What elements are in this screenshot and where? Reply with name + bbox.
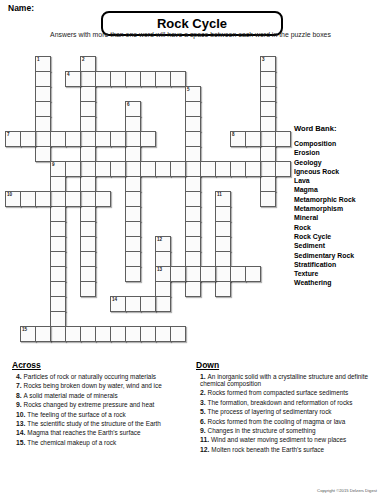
word-bank-item: Metamorphism bbox=[294, 205, 380, 212]
puzzle-cell[interactable] bbox=[95, 191, 111, 207]
puzzle-cell[interactable] bbox=[125, 116, 141, 132]
puzzle-cell[interactable] bbox=[260, 101, 276, 117]
clue-item: 3. The formation, breakdown and reformat… bbox=[200, 399, 379, 406]
across-title: Across bbox=[12, 360, 192, 370]
puzzle-cell[interactable]: 9 bbox=[50, 161, 66, 177]
puzzle-cell[interactable] bbox=[155, 251, 171, 267]
puzzle-cell[interactable] bbox=[245, 161, 261, 177]
word-bank-item: Lava bbox=[294, 177, 380, 184]
puzzle-cell[interactable] bbox=[125, 236, 141, 252]
puzzle-cell[interactable] bbox=[260, 71, 276, 87]
cell-number: 2 bbox=[82, 57, 85, 63]
cell-number: 13 bbox=[157, 267, 162, 273]
word-bank-title: Word Bank: bbox=[294, 124, 380, 133]
puzzle-cell[interactable] bbox=[260, 191, 276, 207]
puzzle-cell[interactable] bbox=[125, 266, 141, 282]
clue-item: 12. Molten rock beneath the Earth's surf… bbox=[200, 446, 379, 453]
puzzle-cell[interactable] bbox=[260, 176, 276, 192]
puzzle-cell[interactable] bbox=[185, 281, 201, 297]
puzzle-cell[interactable] bbox=[80, 206, 96, 222]
puzzle-cell[interactable] bbox=[125, 296, 141, 312]
puzzle-cell[interactable] bbox=[155, 326, 171, 342]
word-bank-item: Igneous Rock bbox=[294, 168, 380, 175]
puzzle-cell[interactable] bbox=[50, 206, 66, 222]
puzzle-cell[interactable]: 11 bbox=[215, 191, 231, 207]
puzzle-cell[interactable]: 12 bbox=[155, 236, 171, 252]
word-bank-item: Metamorphic Rock bbox=[294, 196, 380, 203]
puzzle-cell[interactable] bbox=[80, 191, 96, 207]
puzzle-cell[interactable] bbox=[125, 251, 141, 267]
puzzle-cell[interactable] bbox=[50, 296, 66, 312]
puzzle-cell[interactable] bbox=[65, 161, 81, 177]
puzzle-cell[interactable] bbox=[185, 251, 201, 267]
clue-item: 5. The process of layering of sedimentar… bbox=[200, 408, 379, 415]
puzzle-cell[interactable] bbox=[215, 281, 231, 297]
puzzle-cell[interactable] bbox=[215, 221, 231, 237]
puzzle-cell[interactable] bbox=[185, 266, 201, 282]
puzzle-cell[interactable] bbox=[35, 146, 51, 162]
puzzle-cell[interactable] bbox=[35, 131, 51, 147]
puzzle-cell[interactable] bbox=[80, 101, 96, 117]
word-bank-item: Mineral bbox=[294, 214, 380, 221]
puzzle-cell[interactable] bbox=[185, 101, 201, 117]
puzzle-cell[interactable] bbox=[185, 131, 201, 147]
puzzle-cell[interactable] bbox=[185, 176, 201, 192]
puzzle-cell[interactable] bbox=[200, 161, 216, 177]
puzzle-cell[interactable] bbox=[80, 161, 96, 177]
puzzle-cell[interactable] bbox=[80, 131, 96, 147]
word-bank-item: Composition bbox=[294, 140, 380, 147]
puzzle-cell[interactable] bbox=[80, 86, 96, 102]
cell-number: 10 bbox=[7, 192, 12, 198]
puzzle-cell[interactable] bbox=[170, 326, 186, 342]
puzzle-cell[interactable]: 3 bbox=[260, 56, 276, 72]
puzzle-cell[interactable] bbox=[80, 266, 96, 282]
puzzle-cell[interactable]: 14 bbox=[110, 296, 126, 312]
puzzle-cell[interactable] bbox=[80, 176, 96, 192]
puzzle-cell[interactable] bbox=[35, 191, 51, 207]
puzzle-cell[interactable] bbox=[260, 161, 276, 177]
puzzle-cell[interactable] bbox=[110, 161, 126, 177]
puzzle-cell[interactable] bbox=[260, 116, 276, 132]
word-bank-list: CompositionErosionGeologyIgneous RockLav… bbox=[294, 140, 380, 286]
name-label: Name: bbox=[8, 3, 34, 13]
puzzle-cell[interactable]: 4 bbox=[65, 71, 81, 87]
puzzle-cell[interactable] bbox=[35, 71, 51, 87]
word-bank-item: Erosion bbox=[294, 149, 380, 156]
word-bank-item: Sediment bbox=[294, 242, 380, 249]
cell-number: 15 bbox=[22, 327, 27, 333]
puzzle-cell[interactable] bbox=[95, 71, 111, 87]
puzzle-cell[interactable] bbox=[35, 86, 51, 102]
puzzle-cell[interactable] bbox=[65, 131, 81, 147]
puzzle-cell[interactable] bbox=[215, 206, 231, 222]
puzzle-cell[interactable] bbox=[215, 236, 231, 252]
clue-item: 7. Rocks being broken down by water, win… bbox=[16, 382, 192, 389]
puzzle-cell[interactable]: 13 bbox=[155, 266, 171, 282]
puzzle-cell[interactable]: 15 bbox=[20, 326, 36, 342]
puzzle-cell[interactable] bbox=[50, 221, 66, 237]
puzzle-grid: 123456789101112131415 bbox=[5, 56, 292, 343]
clue-item: 14. Magma that reaches the Earth's surfa… bbox=[16, 429, 192, 436]
cell-number: 14 bbox=[112, 297, 117, 303]
puzzle-cell[interactable] bbox=[260, 131, 276, 147]
cell-number: 1 bbox=[37, 57, 40, 63]
puzzle-cell[interactable] bbox=[125, 206, 141, 222]
puzzle-cell[interactable] bbox=[230, 161, 246, 177]
puzzle-cell[interactable] bbox=[140, 71, 156, 87]
puzzle-cell[interactable] bbox=[140, 296, 156, 312]
clue-item: 6. Rocks formed from the cooling of magm… bbox=[200, 418, 379, 425]
puzzle-cell[interactable] bbox=[80, 236, 96, 252]
puzzle-cell[interactable] bbox=[35, 101, 51, 117]
across-clues: Across 4. Particles of rock or naturally… bbox=[12, 360, 192, 448]
subtitle: Answers with more than one word will hav… bbox=[0, 31, 381, 38]
puzzle-cell[interactable]: 10 bbox=[5, 191, 21, 207]
puzzle-cell[interactable] bbox=[125, 71, 141, 87]
puzzle-cell[interactable] bbox=[185, 236, 201, 252]
cell-number: 12 bbox=[157, 237, 162, 243]
puzzle-cell[interactable] bbox=[155, 71, 171, 87]
puzzle-cell[interactable] bbox=[50, 236, 66, 252]
clue-item: 1. An inorganic solid with a crystalline… bbox=[200, 373, 379, 387]
puzzle-cell[interactable] bbox=[215, 161, 231, 177]
puzzle-cell[interactable] bbox=[275, 131, 291, 147]
puzzle-cell[interactable] bbox=[95, 326, 111, 342]
puzzle-cell[interactable] bbox=[170, 71, 186, 87]
puzzle-cell[interactable]: 5 bbox=[185, 86, 201, 102]
cell-number: 8 bbox=[232, 132, 235, 138]
puzzle-cell[interactable] bbox=[125, 326, 141, 342]
puzzle-cell[interactable] bbox=[155, 296, 171, 312]
puzzle-cell[interactable] bbox=[95, 161, 111, 177]
puzzle-cell[interactable] bbox=[215, 251, 231, 267]
copyright: Copyright ©2015 Delzers Digest bbox=[317, 488, 377, 493]
puzzle-cell[interactable] bbox=[125, 221, 141, 237]
puzzle-cell[interactable] bbox=[80, 146, 96, 162]
puzzle-cell[interactable] bbox=[260, 86, 276, 102]
puzzle-cell[interactable] bbox=[110, 71, 126, 87]
puzzle-cell[interactable] bbox=[80, 326, 96, 342]
puzzle-cell[interactable] bbox=[185, 146, 201, 162]
puzzle-cell[interactable] bbox=[20, 131, 36, 147]
puzzle-cell[interactable] bbox=[185, 161, 201, 177]
clue-item: 11. Wind and water moving sediment to ne… bbox=[200, 436, 379, 443]
puzzle-cell[interactable] bbox=[65, 326, 81, 342]
down-clues: Down 1. An inorganic solid with a crysta… bbox=[196, 360, 379, 455]
puzzle-cell[interactable]: 2 bbox=[80, 56, 96, 72]
word-bank-item: Weathering bbox=[294, 279, 380, 286]
word-bank-item: Stratification bbox=[294, 261, 380, 268]
cell-number: 11 bbox=[217, 192, 222, 198]
puzzle-cell[interactable] bbox=[50, 191, 66, 207]
cell-number: 9 bbox=[52, 162, 55, 168]
clue-item: 2. Rocks formed from compacted surface s… bbox=[200, 389, 379, 396]
puzzle-cell[interactable] bbox=[80, 221, 96, 237]
puzzle-cell[interactable] bbox=[50, 176, 66, 192]
puzzle-cell[interactable] bbox=[80, 116, 96, 132]
puzzle-cell[interactable]: 1 bbox=[35, 56, 51, 72]
clue-item: 4. Particles of rock or naturally occuri… bbox=[16, 373, 192, 380]
word-bank-item: Geology bbox=[294, 159, 380, 166]
worksheet-page: Name: Rock Cycle Answers with more than … bbox=[0, 0, 381, 500]
cell-number: 7 bbox=[7, 132, 10, 138]
clue-item: 15. The chemical makeup of a rock bbox=[16, 439, 192, 446]
puzzle-cell[interactable] bbox=[185, 116, 201, 132]
down-title: Down bbox=[196, 360, 379, 370]
puzzle-cell[interactable] bbox=[230, 266, 246, 282]
puzzle-cell[interactable] bbox=[50, 311, 66, 327]
puzzle-cell[interactable] bbox=[215, 266, 231, 282]
puzzle-cell[interactable] bbox=[170, 266, 186, 282]
puzzle-cell[interactable] bbox=[20, 191, 36, 207]
puzzle-cell[interactable] bbox=[50, 281, 66, 297]
word-bank: Word Bank: CompositionErosionGeologyIgne… bbox=[294, 124, 380, 289]
puzzle-cell[interactable] bbox=[185, 206, 201, 222]
word-bank-item: Rock Cycle bbox=[294, 233, 380, 240]
puzzle-cell[interactable] bbox=[140, 326, 156, 342]
cell-number: 4 bbox=[67, 72, 70, 78]
puzzle-cell[interactable] bbox=[80, 71, 96, 87]
puzzle-cell[interactable] bbox=[95, 131, 111, 147]
clue-item: 9. Changes in the structure of something bbox=[200, 427, 379, 434]
puzzle-cell[interactable] bbox=[110, 326, 126, 342]
puzzle-cell[interactable] bbox=[125, 191, 141, 207]
word-bank-item: Texture bbox=[294, 270, 380, 277]
clue-item: 8. A solid material made of minerals bbox=[16, 392, 192, 399]
puzzle-cell[interactable] bbox=[65, 191, 81, 207]
puzzle-cell[interactable] bbox=[185, 221, 201, 237]
word-bank-item: Sedimentary Rock bbox=[294, 252, 380, 259]
puzzle-cell[interactable]: 6 bbox=[125, 101, 141, 117]
puzzle-cell[interactable] bbox=[155, 161, 171, 177]
puzzle-cell[interactable] bbox=[140, 131, 156, 147]
puzzle-cell[interactable] bbox=[260, 146, 276, 162]
puzzle-cell[interactable]: 7 bbox=[5, 131, 21, 147]
puzzle-cell[interactable]: 8 bbox=[230, 131, 246, 147]
puzzle-cell[interactable] bbox=[275, 161, 291, 177]
puzzle-cell[interactable] bbox=[245, 131, 261, 147]
puzzle-cell[interactable] bbox=[110, 131, 126, 147]
clue-item: 10. The feeling of the surface of a rock bbox=[16, 411, 192, 418]
puzzle-cell[interactable] bbox=[80, 281, 96, 297]
puzzle-cell[interactable] bbox=[50, 266, 66, 282]
puzzle-cell[interactable] bbox=[200, 266, 216, 282]
puzzle-cell[interactable] bbox=[35, 326, 51, 342]
puzzle-cell[interactable] bbox=[140, 161, 156, 177]
puzzle-cell[interactable] bbox=[245, 266, 261, 282]
puzzle-cell[interactable] bbox=[50, 326, 66, 342]
cell-number: 6 bbox=[127, 102, 130, 108]
puzzle-cell[interactable] bbox=[35, 116, 51, 132]
puzzle-cell[interactable] bbox=[170, 161, 186, 177]
word-bank-item: Rock bbox=[294, 224, 380, 231]
puzzle-cell[interactable] bbox=[125, 131, 141, 147]
puzzle-cell[interactable] bbox=[50, 131, 66, 147]
puzzle-cell[interactable] bbox=[155, 281, 171, 297]
cell-number: 5 bbox=[187, 87, 190, 93]
puzzle-cell[interactable] bbox=[80, 251, 96, 267]
puzzle-cell[interactable] bbox=[185, 191, 201, 207]
clue-item: 13. The scientific study of the structur… bbox=[16, 420, 192, 427]
puzzle-cell[interactable] bbox=[125, 146, 141, 162]
puzzle-cell[interactable] bbox=[125, 176, 141, 192]
clue-item: 9. Rocks changed by extreme pressure and… bbox=[16, 401, 192, 408]
cell-number: 3 bbox=[262, 57, 265, 63]
puzzle-cell[interactable] bbox=[125, 161, 141, 177]
puzzle-cell[interactable] bbox=[50, 251, 66, 267]
word-bank-item: Magma bbox=[294, 186, 380, 193]
